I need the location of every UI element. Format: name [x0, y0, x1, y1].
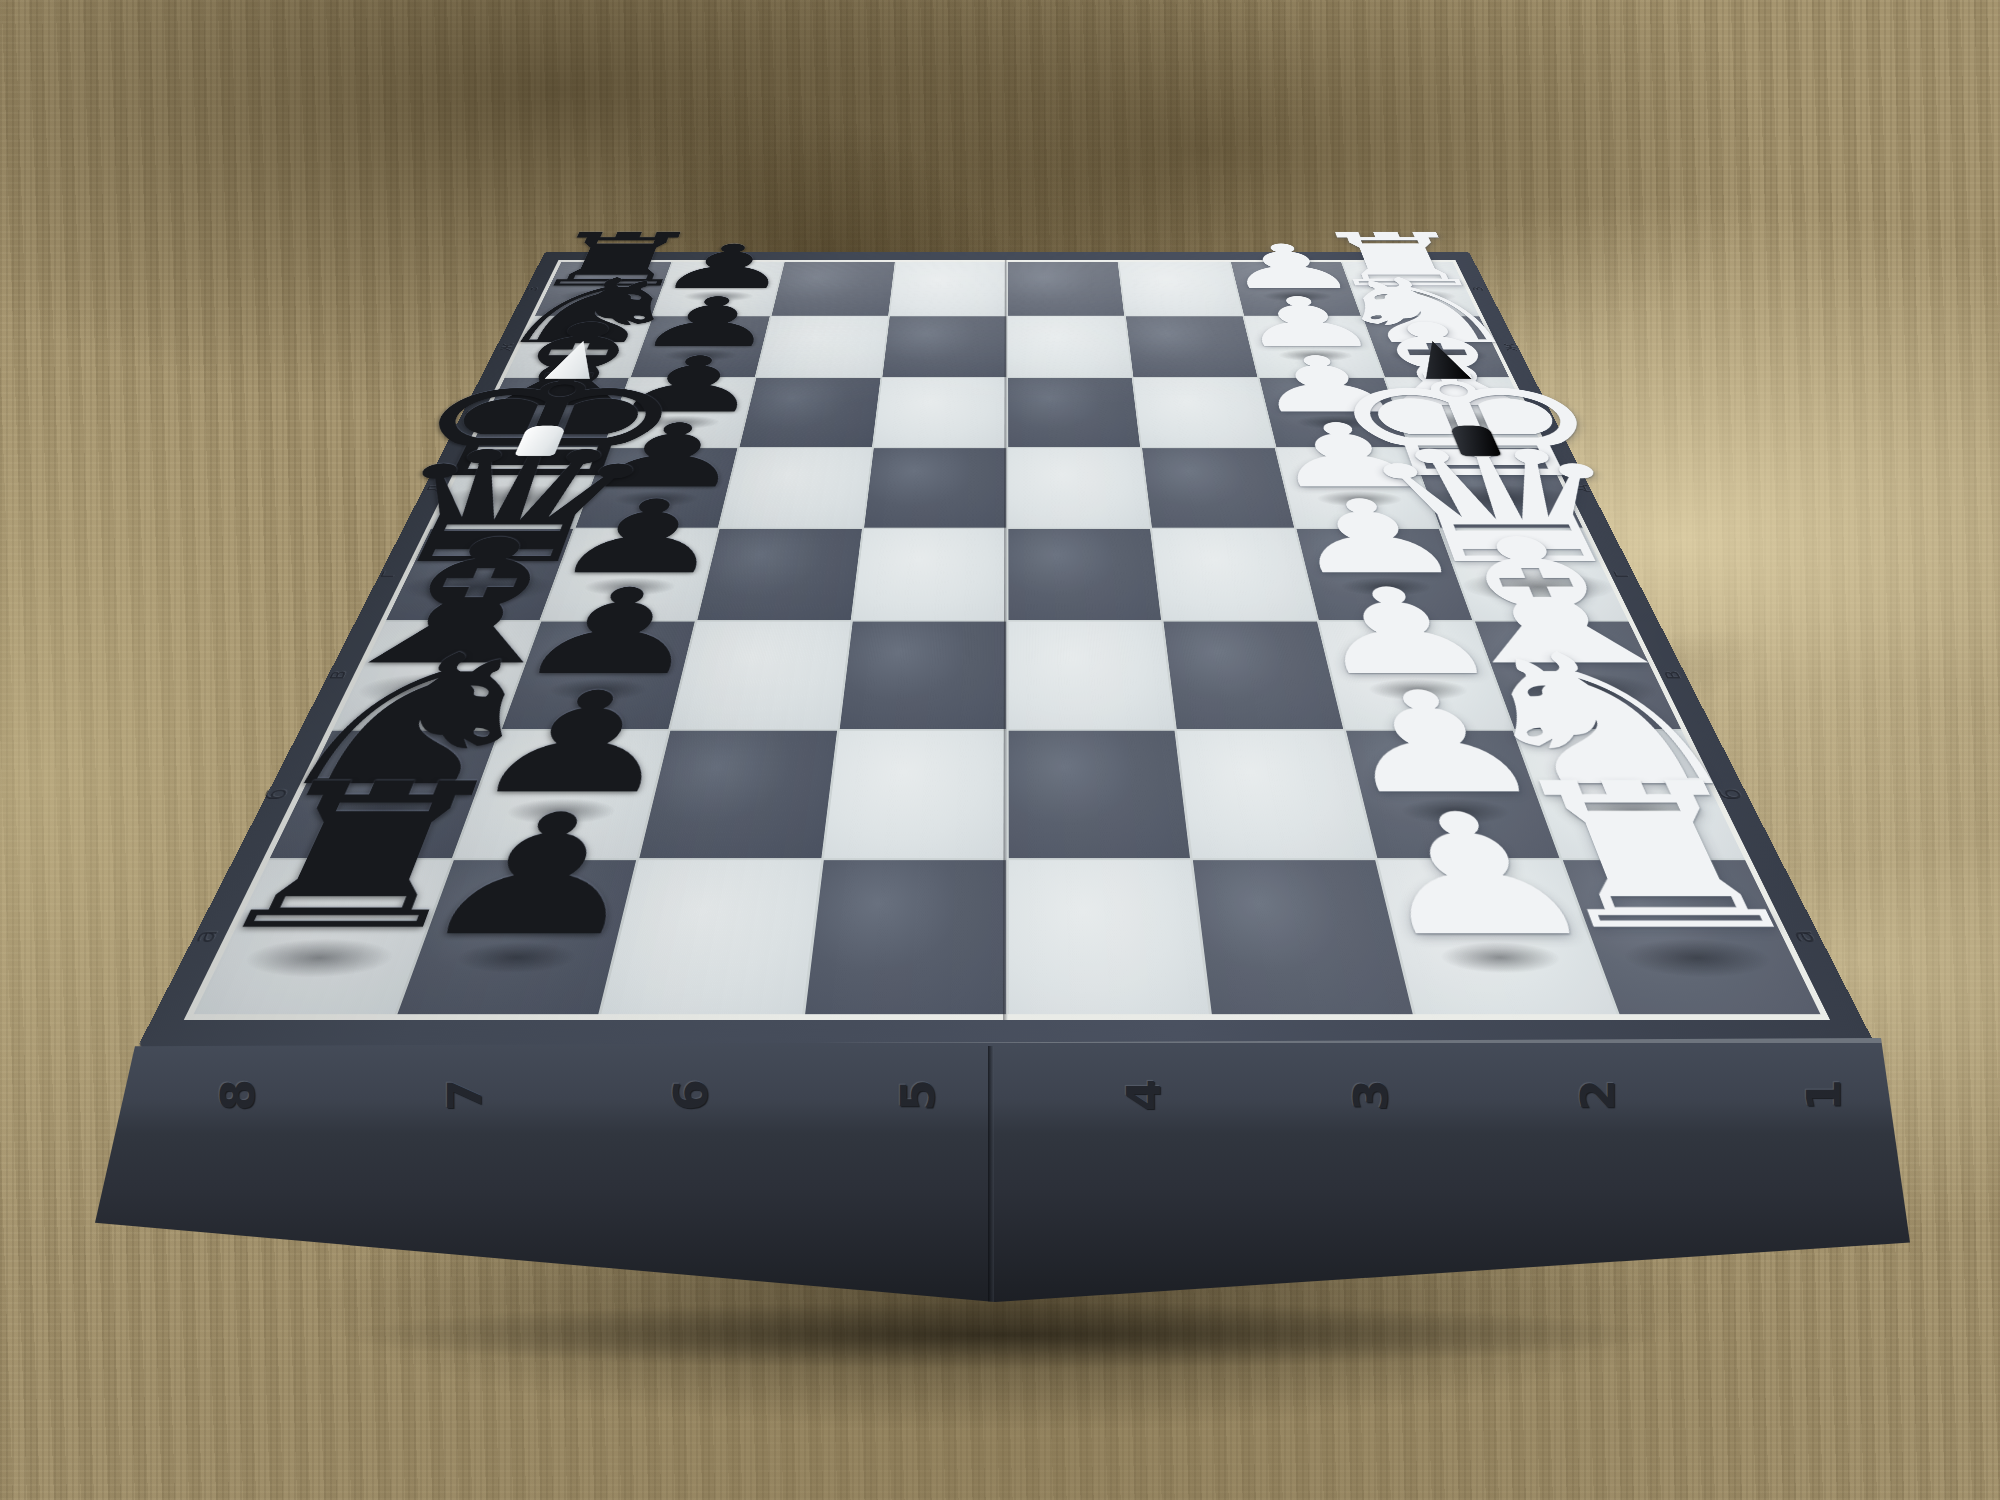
square-g4[interactable]: [1008, 316, 1132, 377]
square-f5[interactable]: [874, 378, 1006, 447]
square-h4[interactable]: [1008, 262, 1125, 316]
square-h5[interactable]: [890, 262, 1007, 316]
square-e5[interactable]: [864, 448, 1006, 527]
piece-black-pawn-a7[interactable]: ♟: [287, 794, 770, 962]
rank-label-7: 7: [438, 1079, 492, 1111]
square-e4[interactable]: [1008, 448, 1150, 527]
square-b4[interactable]: [1008, 731, 1190, 859]
box-bottom-shadow: [120, 1290, 1880, 1380]
black-pawn-glyph: ♟: [287, 794, 770, 962]
rank-label-6: 6: [664, 1079, 718, 1111]
square-c5[interactable]: [839, 622, 1005, 729]
rank-label-5: 5: [891, 1079, 945, 1111]
square-a4[interactable]: [1008, 860, 1209, 1014]
square-d4[interactable]: [1008, 529, 1161, 621]
front-face-seam: [988, 1046, 994, 1317]
rank-label-1: 1: [1797, 1079, 1851, 1111]
square-d5[interactable]: [853, 529, 1006, 621]
rank-label-8: 8: [211, 1079, 265, 1111]
scene: абвгдежзабвгдежз ♜♟♟♜♞♟♟♞♝♟♟♝♚♟♟♚♛♟♟♛♝♟♟…: [0, 0, 2000, 1500]
square-a5[interactable]: [805, 860, 1006, 1014]
rank-label-3: 3: [1344, 1079, 1398, 1111]
rank-label-2: 2: [1571, 1079, 1625, 1111]
square-b5[interactable]: [824, 731, 1006, 859]
square-f4[interactable]: [1008, 378, 1140, 447]
square-g5[interactable]: [882, 316, 1006, 377]
rank-label-4: 4: [1117, 1079, 1171, 1111]
square-c4[interactable]: [1008, 622, 1174, 729]
